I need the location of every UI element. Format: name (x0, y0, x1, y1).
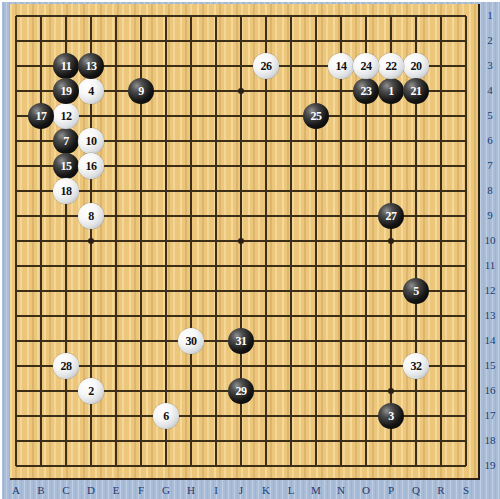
move-number-label: 4 (88, 84, 94, 98)
stone-black-3: 3 (378, 403, 404, 429)
star-point-P16 (388, 388, 394, 394)
column-label-Q: Q (406, 484, 426, 496)
stone-white-22: 22 (378, 53, 404, 79)
move-number-label: 5 (413, 284, 419, 298)
panel-top-highlight (0, 0, 500, 2)
column-label-R: R (431, 484, 451, 496)
column-label-I: I (206, 484, 226, 496)
move-number-label: 28 (61, 359, 72, 373)
stone-black-23: 23 (353, 78, 379, 104)
stone-black-25: 25 (303, 103, 329, 129)
column-label-E: E (106, 484, 126, 496)
stone-white-20: 20 (403, 53, 429, 79)
move-number-label: 8 (88, 209, 94, 223)
stone-black-31: 31 (228, 328, 254, 354)
row-label-6: 6 (481, 134, 499, 146)
column-label-S: S (456, 484, 476, 496)
move-number-label: 16 (86, 159, 97, 173)
row-label-3: 3 (481, 59, 499, 71)
stone-black-19: 19 (53, 78, 79, 104)
move-number-label: 14 (336, 59, 347, 73)
column-label-G: G (156, 484, 176, 496)
row-label-14: 14 (481, 334, 499, 346)
row-label-17: 17 (481, 409, 499, 421)
row-label-12: 12 (481, 284, 499, 296)
move-number-label: 2 (88, 384, 94, 398)
stone-white-30: 30 (178, 328, 204, 354)
column-label-B: B (31, 484, 51, 496)
move-number-label: 3 (388, 409, 394, 423)
row-label-9: 9 (481, 209, 499, 221)
move-number-label: 9 (138, 84, 144, 98)
stone-white-12: 12 (53, 103, 79, 129)
move-number-label: 22 (386, 59, 397, 73)
move-number-label: 25 (311, 109, 322, 123)
move-number-label: 12 (61, 109, 72, 123)
move-number-label: 20 (411, 59, 422, 73)
column-label-O: O (356, 484, 376, 496)
row-label-15: 15 (481, 359, 499, 371)
row-label-13: 13 (481, 309, 499, 321)
stone-black-17: 17 (28, 103, 54, 129)
column-label-F: F (131, 484, 151, 496)
move-number-label: 11 (61, 59, 71, 73)
column-label-J: J (231, 484, 251, 496)
column-label-L: L (281, 484, 301, 496)
goban[interactable]: 1234567891011121314151617181920212223242… (10, 4, 480, 480)
row-label-2: 2 (481, 34, 499, 46)
stone-white-26: 26 (253, 53, 279, 79)
column-label-N: N (331, 484, 351, 496)
column-label-C: C (56, 484, 76, 496)
row-label-16: 16 (481, 384, 499, 396)
stone-black-29: 29 (228, 378, 254, 404)
column-label-P: P (381, 484, 401, 496)
move-number-label: 26 (261, 59, 272, 73)
stone-white-14: 14 (328, 53, 354, 79)
row-label-11: 11 (481, 259, 499, 271)
column-label-A: A (6, 484, 26, 496)
stone-black-1: 1 (378, 78, 404, 104)
stone-white-2: 2 (78, 378, 104, 404)
column-label-D: D (81, 484, 101, 496)
stone-black-9: 9 (128, 78, 154, 104)
row-label-7: 7 (481, 159, 499, 171)
move-number-label: 29 (236, 384, 247, 398)
row-label-19: 19 (481, 459, 499, 471)
row-label-8: 8 (481, 184, 499, 196)
row-label-1: 1 (481, 9, 499, 21)
move-number-label: 19 (61, 84, 72, 98)
move-number-label: 27 (386, 209, 397, 223)
move-number-label: 7 (63, 134, 69, 148)
move-number-label: 32 (411, 359, 422, 373)
stone-white-6: 6 (153, 403, 179, 429)
stone-white-24: 24 (353, 53, 379, 79)
row-label-10: 10 (481, 234, 499, 246)
stone-white-8: 8 (78, 203, 104, 229)
stone-white-10: 10 (78, 128, 104, 154)
row-label-5: 5 (481, 109, 499, 121)
stone-white-28: 28 (53, 353, 79, 379)
stone-black-27: 27 (378, 203, 404, 229)
stone-black-15: 15 (53, 153, 79, 179)
move-number-label: 10 (86, 134, 97, 148)
panel-left-highlight (0, 0, 2, 499)
move-number-label: 24 (361, 59, 372, 73)
stone-white-4: 4 (78, 78, 104, 104)
move-number-label: 1 (388, 84, 394, 98)
stone-black-21: 21 (403, 78, 429, 104)
star-point-J10 (238, 238, 244, 244)
row-label-4: 4 (481, 84, 499, 96)
star-point-D10 (88, 238, 94, 244)
move-number-label: 23 (361, 84, 372, 98)
move-number-label: 31 (236, 334, 247, 348)
move-number-label: 21 (411, 84, 422, 98)
star-point-J4 (238, 88, 244, 94)
stone-white-18: 18 (53, 178, 79, 204)
stone-white-16: 16 (78, 153, 104, 179)
stone-black-11: 11 (53, 53, 79, 79)
stone-white-32: 32 (403, 353, 429, 379)
column-label-M: M (306, 484, 326, 496)
star-point-P10 (388, 238, 394, 244)
column-label-K: K (256, 484, 276, 496)
row-label-18: 18 (481, 434, 499, 446)
go-board-panel: 1234567891011121314151617181920212223242… (0, 0, 500, 499)
move-number-label: 6 (163, 409, 169, 423)
stone-black-13: 13 (78, 53, 104, 79)
column-label-H: H (181, 484, 201, 496)
move-number-label: 30 (186, 334, 197, 348)
move-number-label: 18 (61, 184, 72, 198)
stone-black-5: 5 (403, 278, 429, 304)
move-number-label: 15 (61, 159, 72, 173)
move-number-label: 17 (36, 109, 47, 123)
move-number-label: 13 (86, 59, 97, 73)
stone-black-7: 7 (53, 128, 79, 154)
